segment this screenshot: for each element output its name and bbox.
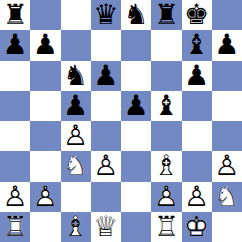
square-g4[interactable] bbox=[182, 121, 212, 151]
chess-board: ♜♛♞♜♚♟♟♝♟♞♟♟♟♟♝♟♙♞♘♟♙♝♗♟♙♟♙♟♙♟♙♟♙♞♘♜♖♝♗♛… bbox=[0, 0, 242, 242]
square-c2[interactable] bbox=[61, 182, 91, 212]
square-f3[interactable]: ♝♗ bbox=[151, 151, 181, 181]
square-g1[interactable]: ♚♔ bbox=[182, 212, 212, 242]
white-pawn-icon: ♙ bbox=[61, 121, 91, 151]
square-g7[interactable]: ♝ bbox=[182, 30, 212, 60]
square-c7[interactable] bbox=[61, 30, 91, 60]
black-rook-icon: ♜ bbox=[0, 0, 30, 30]
square-d4[interactable] bbox=[91, 121, 121, 151]
square-b2[interactable]: ♟♙ bbox=[30, 182, 60, 212]
white-pawn-icon: ♙ bbox=[0, 182, 30, 212]
square-a3[interactable] bbox=[0, 151, 30, 181]
square-f7[interactable] bbox=[151, 30, 181, 60]
square-c1[interactable]: ♝♗ bbox=[61, 212, 91, 242]
square-c3[interactable]: ♞♘ bbox=[61, 151, 91, 181]
square-d6[interactable]: ♟ bbox=[91, 61, 121, 91]
square-b8[interactable] bbox=[30, 0, 60, 30]
square-b6[interactable] bbox=[30, 61, 60, 91]
square-h2[interactable]: ♞♘ bbox=[212, 182, 242, 212]
square-c5[interactable]: ♟ bbox=[61, 91, 91, 121]
white-pawn-icon: ♙ bbox=[151, 182, 181, 212]
black-knight-icon: ♞ bbox=[61, 61, 91, 91]
square-a2[interactable]: ♟♙ bbox=[0, 182, 30, 212]
square-b1[interactable] bbox=[30, 212, 60, 242]
square-g3[interactable] bbox=[182, 151, 212, 181]
white-knight-icon: ♘ bbox=[212, 182, 242, 212]
white-pawn-icon: ♙ bbox=[182, 182, 212, 212]
black-pawn-icon: ♟ bbox=[182, 61, 212, 91]
square-g2[interactable]: ♟♙ bbox=[182, 182, 212, 212]
square-a7[interactable]: ♟ bbox=[0, 30, 30, 60]
square-b7[interactable]: ♟ bbox=[30, 30, 60, 60]
square-c6[interactable]: ♞ bbox=[61, 61, 91, 91]
square-a6[interactable] bbox=[0, 61, 30, 91]
square-g8[interactable]: ♚ bbox=[182, 0, 212, 30]
square-e3[interactable] bbox=[121, 151, 151, 181]
square-e2[interactable] bbox=[121, 182, 151, 212]
square-f4[interactable] bbox=[151, 121, 181, 151]
square-h4[interactable] bbox=[212, 121, 242, 151]
square-g5[interactable] bbox=[182, 91, 212, 121]
square-a8[interactable]: ♜ bbox=[0, 0, 30, 30]
black-rook-icon: ♜ bbox=[151, 0, 181, 30]
square-f5[interactable]: ♝ bbox=[151, 91, 181, 121]
square-c4[interactable]: ♟♙ bbox=[61, 121, 91, 151]
white-pawn-icon: ♙ bbox=[212, 151, 242, 181]
black-pawn-icon: ♟ bbox=[91, 61, 121, 91]
square-h6[interactable] bbox=[212, 61, 242, 91]
square-d8[interactable]: ♛ bbox=[91, 0, 121, 30]
square-d7[interactable] bbox=[91, 30, 121, 60]
white-knight-icon: ♘ bbox=[61, 151, 91, 181]
black-knight-icon: ♞ bbox=[121, 0, 151, 30]
square-f1[interactable]: ♜♖ bbox=[151, 212, 181, 242]
square-f8[interactable]: ♜ bbox=[151, 0, 181, 30]
square-e7[interactable] bbox=[121, 30, 151, 60]
square-h1[interactable] bbox=[212, 212, 242, 242]
white-rook-icon: ♖ bbox=[0, 212, 30, 242]
white-pawn-icon: ♙ bbox=[91, 151, 121, 181]
square-g6[interactable]: ♟ bbox=[182, 61, 212, 91]
square-d1[interactable]: ♛♕ bbox=[91, 212, 121, 242]
black-pawn-icon: ♟ bbox=[212, 30, 242, 60]
square-h3[interactable]: ♟♙ bbox=[212, 151, 242, 181]
square-b3[interactable] bbox=[30, 151, 60, 181]
square-f2[interactable]: ♟♙ bbox=[151, 182, 181, 212]
square-h7[interactable]: ♟ bbox=[212, 30, 242, 60]
white-bishop-icon: ♗ bbox=[151, 151, 181, 181]
square-a1[interactable]: ♜♖ bbox=[0, 212, 30, 242]
square-h5[interactable] bbox=[212, 91, 242, 121]
square-d2[interactable] bbox=[91, 182, 121, 212]
square-b4[interactable] bbox=[30, 121, 60, 151]
white-bishop-icon: ♗ bbox=[61, 212, 91, 242]
square-d3[interactable]: ♟♙ bbox=[91, 151, 121, 181]
square-e4[interactable] bbox=[121, 121, 151, 151]
square-c8[interactable] bbox=[61, 0, 91, 30]
square-a5[interactable] bbox=[0, 91, 30, 121]
white-pawn-icon: ♙ bbox=[30, 182, 60, 212]
black-bishop-icon: ♝ bbox=[182, 30, 212, 60]
square-e8[interactable]: ♞ bbox=[121, 0, 151, 30]
white-rook-icon: ♖ bbox=[151, 212, 181, 242]
square-e6[interactable] bbox=[121, 61, 151, 91]
square-e5[interactable]: ♟ bbox=[121, 91, 151, 121]
square-d5[interactable] bbox=[91, 91, 121, 121]
square-a4[interactable] bbox=[0, 121, 30, 151]
black-bishop-icon: ♝ bbox=[151, 91, 181, 121]
black-pawn-icon: ♟ bbox=[30, 30, 60, 60]
black-pawn-icon: ♟ bbox=[0, 30, 30, 60]
white-king-icon: ♔ bbox=[182, 212, 212, 242]
square-f6[interactable] bbox=[151, 61, 181, 91]
black-king-icon: ♚ bbox=[182, 0, 212, 30]
black-pawn-icon: ♟ bbox=[121, 91, 151, 121]
black-pawn-icon: ♟ bbox=[61, 91, 91, 121]
white-queen-icon: ♕ bbox=[91, 212, 121, 242]
black-queen-icon: ♛ bbox=[91, 0, 121, 30]
square-h8[interactable] bbox=[212, 0, 242, 30]
square-e1[interactable] bbox=[121, 212, 151, 242]
square-b5[interactable] bbox=[30, 91, 60, 121]
